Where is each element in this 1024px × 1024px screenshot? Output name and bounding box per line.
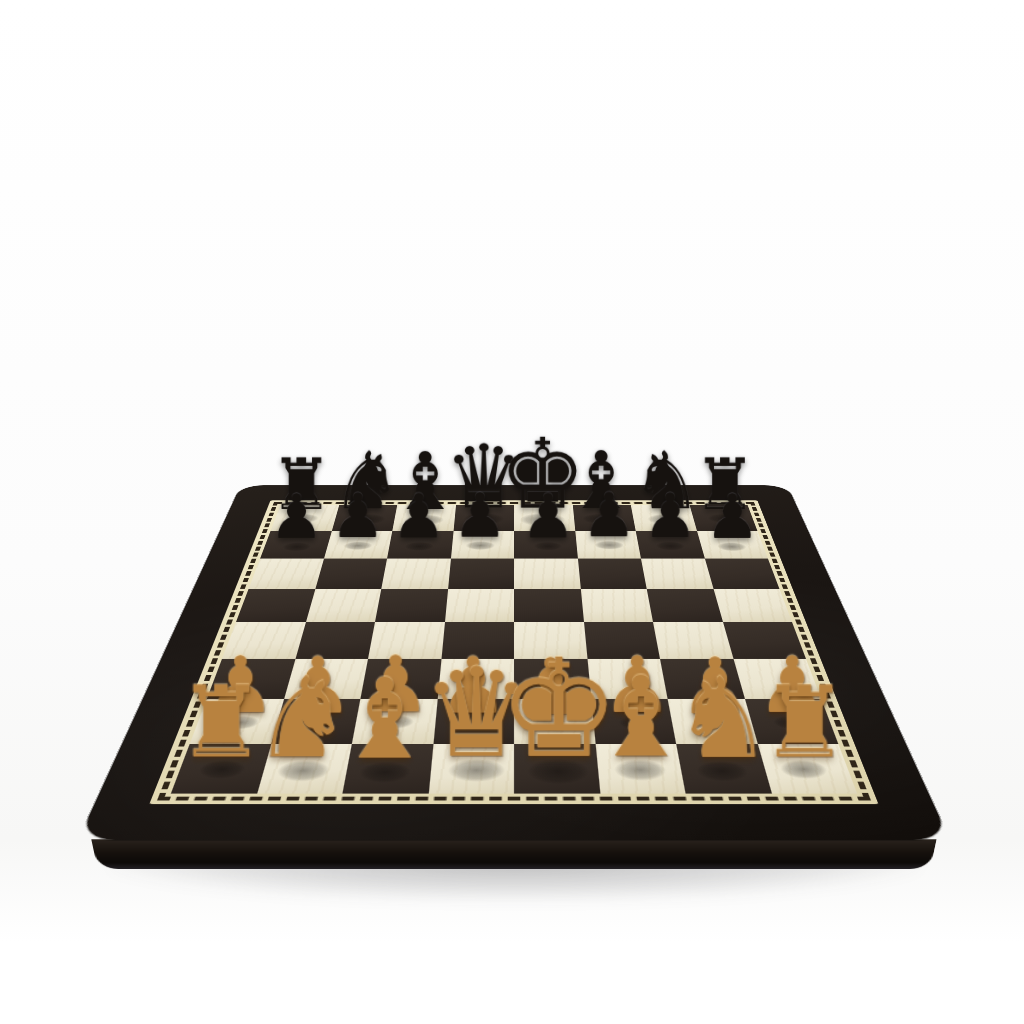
square-h7[interactable] [697, 531, 768, 559]
square-c5[interactable] [375, 589, 448, 622]
board-front-edge [91, 839, 936, 869]
square-f5[interactable] [580, 589, 653, 622]
square-b7[interactable] [324, 531, 393, 559]
square-f8[interactable] [572, 505, 635, 531]
square-e8[interactable] [514, 505, 575, 531]
square-g8[interactable] [631, 505, 697, 531]
square-a5[interactable] [236, 589, 315, 622]
square-c8[interactable] [392, 505, 455, 531]
square-e7[interactable] [514, 531, 577, 559]
square-c6[interactable] [381, 559, 450, 589]
square-h8[interactable] [689, 505, 757, 531]
square-e5[interactable] [514, 589, 584, 622]
square-d8[interactable] [453, 505, 514, 531]
piece-white-knight-g1[interactable]: ♞ [673, 664, 773, 775]
piece-white-king-e1[interactable]: ♚ [498, 641, 620, 777]
square-f7[interactable] [575, 531, 641, 559]
square-b5[interactable] [306, 589, 382, 622]
square-d6[interactable] [448, 559, 514, 589]
square-a6[interactable] [249, 559, 324, 589]
square-c7[interactable] [387, 531, 453, 559]
square-g6[interactable] [641, 559, 713, 589]
square-g5[interactable] [647, 589, 723, 622]
square-d5[interactable] [445, 589, 515, 622]
square-g7[interactable] [636, 531, 705, 559]
piece-white-bishop-c1[interactable]: ♝ [335, 665, 435, 776]
square-h6[interactable] [704, 559, 779, 589]
square-b8[interactable] [331, 505, 397, 531]
square-d7[interactable] [451, 531, 514, 559]
square-h5[interactable] [713, 589, 792, 622]
square-f6[interactable] [577, 559, 646, 589]
square-b6[interactable] [315, 559, 387, 589]
photo-scene: ♜♞♝♛♚♝♞♜♟♟♟♟♟♟♟♟♟♟♟♟♟♟♟♟♜♞♝♛♚♝♞♜ [0, 0, 1024, 1024]
piece-white-rook-h1[interactable]: ♜ [760, 674, 849, 773]
square-a8[interactable] [271, 505, 339, 531]
chess-board: ♜♞♝♛♚♝♞♜♟♟♟♟♟♟♟♟♟♟♟♟♟♟♟♟♜♞♝♛♚♝♞♜ [78, 485, 950, 840]
square-a7[interactable] [260, 531, 331, 559]
square-e6[interactable] [514, 559, 580, 589]
